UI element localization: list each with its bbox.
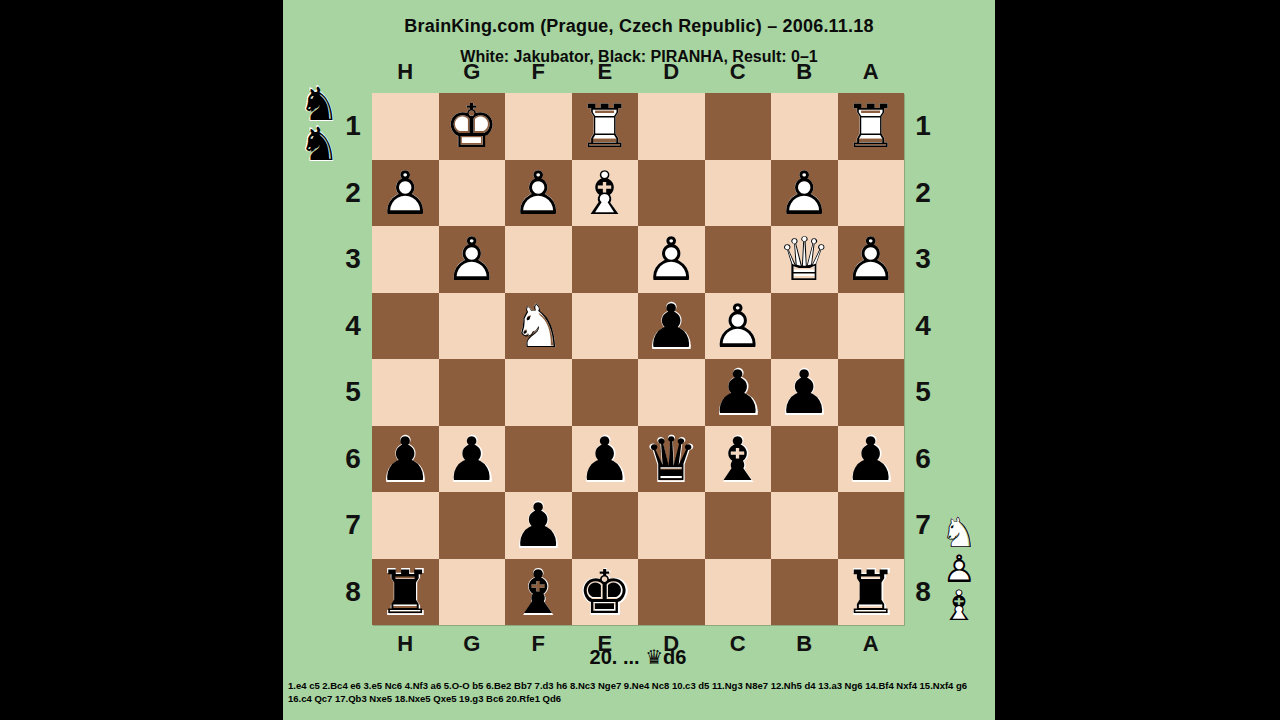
black-knight-captured1: ♞♞ (296, 84, 342, 124)
square-h8[interactable]: ♜♜ (372, 559, 439, 626)
square-e1[interactable]: ♜♖ (572, 93, 639, 160)
file-label-b: B (771, 57, 838, 87)
rank-label-6: 6 (907, 426, 939, 493)
rank-label-4: 4 (907, 293, 939, 360)
captured-white-pieces-tray: ♞♘♟♙♝♗ (936, 514, 982, 626)
square-b4[interactable] (771, 293, 838, 360)
black-pawn-b5: ♟♟ (771, 359, 838, 426)
rank-label-5: 5 (907, 359, 939, 426)
file-labels-top: HGFEDCBA (372, 57, 904, 87)
move-list: 1.e4 c5 2.Bc4 e6 3.e5 Nc6 4.Nf3 a6 5.O-O… (288, 679, 992, 705)
square-a4[interactable] (838, 293, 905, 360)
square-e7[interactable] (572, 492, 639, 559)
square-g6[interactable]: ♟♟ (439, 426, 506, 493)
black-rook-h8: ♜♜ (372, 559, 439, 626)
black-bishop-f8: ♝♝ (505, 559, 572, 626)
black-bishop-c6: ♝♝ (705, 426, 772, 493)
square-g3[interactable]: ♟♙ (439, 226, 506, 293)
square-c5[interactable]: ♟♟ (705, 359, 772, 426)
white-pawn-d3: ♟♙ (638, 226, 705, 293)
square-c8[interactable] (705, 559, 772, 626)
square-c2[interactable] (705, 160, 772, 227)
white-knight-f4: ♞♘ (505, 293, 572, 360)
square-h7[interactable] (372, 492, 439, 559)
file-label-d: D (638, 57, 705, 87)
rank-label-7: 7 (337, 492, 369, 559)
current-move-label: 20. ... ♛d6 (372, 645, 904, 669)
square-g7[interactable] (439, 492, 506, 559)
captured-slot-right-2: ♟♙ (936, 552, 982, 585)
square-b2[interactable]: ♟♙ (771, 160, 838, 227)
square-g5[interactable] (439, 359, 506, 426)
black-pawn-a6: ♟♟ (838, 426, 905, 493)
white-pawn-g3: ♟♙ (439, 226, 506, 293)
square-h3[interactable] (372, 226, 439, 293)
captured-slot-left-2: ♞♞ (296, 124, 342, 164)
file-label-c: C (705, 57, 772, 87)
left-letterbox-bar (0, 0, 283, 720)
square-b1[interactable] (771, 93, 838, 160)
square-f2[interactable]: ♟♙ (505, 160, 572, 227)
square-g4[interactable] (439, 293, 506, 360)
square-h6[interactable]: ♟♟ (372, 426, 439, 493)
rank-label-4: 4 (337, 293, 369, 360)
square-e5[interactable] (572, 359, 639, 426)
rank-label-5: 5 (337, 359, 369, 426)
captured-black-pieces-tray: ♞♞♞♞ (296, 84, 342, 164)
square-a7[interactable] (838, 492, 905, 559)
square-g1[interactable]: ♚♔ (439, 93, 506, 160)
square-c1[interactable] (705, 93, 772, 160)
square-a8[interactable]: ♜♜ (838, 559, 905, 626)
white-knight-captured1: ♞♘ (936, 514, 982, 552)
black-pawn-c5: ♟♟ (705, 359, 772, 426)
chess-board: ♚♔♜♖♜♖♟♙♟♙♝♗♟♙♟♙♟♙♛♕♟♙♞♘♟♟♟♙♟♟♟♟♟♟♟♟♟♟♛♛… (372, 93, 904, 625)
square-h5[interactable] (372, 359, 439, 426)
white-bishop-captured3: ♝♗ (936, 585, 982, 626)
square-e3[interactable] (572, 226, 639, 293)
square-a2[interactable] (838, 160, 905, 227)
square-d7[interactable] (638, 492, 705, 559)
square-e8[interactable]: ♚♚ (572, 559, 639, 626)
square-d8[interactable] (638, 559, 705, 626)
square-h2[interactable]: ♟♙ (372, 160, 439, 227)
square-f6[interactable] (505, 426, 572, 493)
white-bishop-e2: ♝♗ (572, 160, 639, 227)
square-g8[interactable] (439, 559, 506, 626)
square-a3[interactable]: ♟♙ (838, 226, 905, 293)
black-pawn-e6: ♟♟ (572, 426, 639, 493)
white-rook-a1: ♜♖ (838, 93, 905, 160)
rank-label-3: 3 (337, 226, 369, 293)
file-label-a: A (838, 57, 905, 87)
rank-label-8: 8 (907, 559, 939, 626)
rank-label-2: 2 (337, 160, 369, 227)
square-f1[interactable] (505, 93, 572, 160)
square-a5[interactable] (838, 359, 905, 426)
square-d4[interactable]: ♟♟ (638, 293, 705, 360)
square-f8[interactable]: ♝♝ (505, 559, 572, 626)
square-h4[interactable] (372, 293, 439, 360)
file-label-g: G (439, 57, 506, 87)
rank-label-2: 2 (907, 160, 939, 227)
rank-label-1: 1 (907, 93, 939, 160)
square-f5[interactable] (505, 359, 572, 426)
black-pawn-d4: ♟♟ (638, 293, 705, 360)
square-d3[interactable]: ♟♙ (638, 226, 705, 293)
square-h1[interactable] (372, 93, 439, 160)
black-rook-a8: ♜♜ (838, 559, 905, 626)
rank-labels-left: 12345678 (337, 93, 369, 625)
white-pawn-captured2: ♟♙ (936, 552, 982, 585)
file-label-f: F (505, 57, 572, 87)
page-title: BrainKing.com (Prague, Czech Republic) –… (283, 16, 995, 37)
square-b8[interactable] (771, 559, 838, 626)
black-pawn-h6: ♟♟ (372, 426, 439, 493)
rank-label-3: 3 (907, 226, 939, 293)
black-knight-captured2: ♞♞ (296, 124, 342, 164)
square-e4[interactable] (572, 293, 639, 360)
rank-label-7: 7 (907, 492, 939, 559)
white-pawn-f2: ♟♙ (505, 160, 572, 227)
square-c7[interactable] (705, 492, 772, 559)
square-b6[interactable] (771, 426, 838, 493)
square-f3[interactable] (505, 226, 572, 293)
white-pawn-h2: ♟♙ (372, 160, 439, 227)
file-label-h: H (372, 57, 439, 87)
captured-slot-right-1: ♞♘ (936, 514, 982, 552)
square-d6[interactable]: ♛♛ (638, 426, 705, 493)
square-a6[interactable]: ♟♟ (838, 426, 905, 493)
black-queen-d6: ♛♛ (638, 426, 705, 493)
move-list-line-2: 16.c4 Qc7 17.Qb3 Nxe5 18.Nxe5 Qxe5 19.g3… (288, 692, 992, 705)
square-f4[interactable]: ♞♘ (505, 293, 572, 360)
square-f7[interactable]: ♟♟ (505, 492, 572, 559)
black-pawn-f7: ♟♟ (505, 492, 572, 559)
square-a1[interactable]: ♜♖ (838, 93, 905, 160)
move-list-line-1: 1.e4 c5 2.Bc4 e6 3.e5 Nc6 4.Nf3 a6 5.O-O… (288, 679, 992, 692)
square-d2[interactable] (638, 160, 705, 227)
square-b5[interactable]: ♟♟ (771, 359, 838, 426)
right-letterbox-bar (995, 0, 1280, 720)
rank-label-8: 8 (337, 559, 369, 626)
square-g2[interactable] (439, 160, 506, 227)
white-king-g1: ♚♔ (439, 93, 506, 160)
captured-slot-left-1: ♞♞ (296, 84, 342, 124)
white-queen-b3: ♛♕ (771, 226, 838, 293)
square-d5[interactable] (638, 359, 705, 426)
square-c6[interactable]: ♝♝ (705, 426, 772, 493)
white-pawn-b2: ♟♙ (771, 160, 838, 227)
white-rook-e1: ♜♖ (572, 93, 639, 160)
rank-label-6: 6 (337, 426, 369, 493)
black-pawn-g6: ♟♟ (439, 426, 506, 493)
square-d1[interactable] (638, 93, 705, 160)
square-c4[interactable]: ♟♙ (705, 293, 772, 360)
square-b7[interactable] (771, 492, 838, 559)
square-e2[interactable]: ♝♗ (572, 160, 639, 227)
square-c3[interactable] (705, 226, 772, 293)
file-label-e: E (572, 57, 639, 87)
rank-labels-right: 12345678 (907, 93, 939, 625)
white-pawn-a3: ♟♙ (838, 226, 905, 293)
square-b3[interactable]: ♛♕ (771, 226, 838, 293)
white-pawn-c4: ♟♙ (705, 293, 772, 360)
square-e6[interactable]: ♟♟ (572, 426, 639, 493)
captured-slot-right-3: ♝♗ (936, 585, 982, 626)
game-viewer: BrainKing.com (Prague, Czech Republic) –… (283, 0, 995, 720)
black-king-e8: ♚♚ (572, 559, 639, 626)
